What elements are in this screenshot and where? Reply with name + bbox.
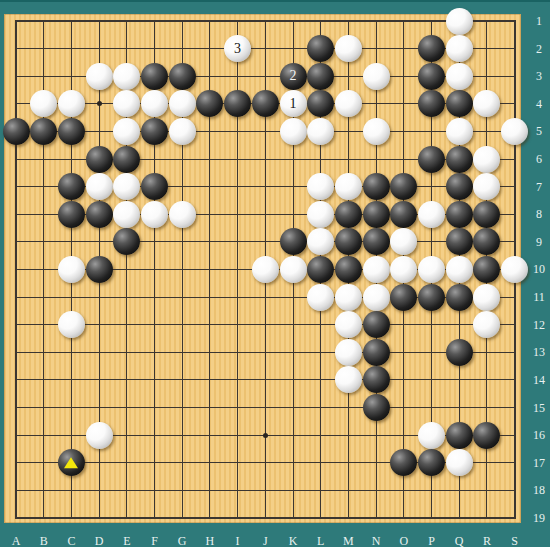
column-label: S bbox=[506, 534, 524, 547]
black-stone bbox=[446, 173, 473, 200]
column-label: D bbox=[90, 534, 108, 547]
grid-line bbox=[15, 324, 516, 325]
white-stone bbox=[113, 63, 140, 90]
black-stone bbox=[30, 118, 57, 145]
white-stone bbox=[86, 63, 113, 90]
black-stone bbox=[446, 90, 473, 117]
black-stone bbox=[169, 63, 196, 90]
black-stone bbox=[86, 201, 113, 228]
column-label: M bbox=[339, 534, 357, 547]
black-stone bbox=[363, 339, 390, 366]
row-label: 6 bbox=[526, 152, 550, 166]
black-stone bbox=[335, 256, 362, 283]
black-stone bbox=[446, 201, 473, 228]
white-stone bbox=[501, 118, 528, 145]
white-stone bbox=[307, 201, 334, 228]
grid-line bbox=[15, 379, 516, 380]
black-stone bbox=[446, 422, 473, 449]
row-label: 3 bbox=[526, 69, 550, 83]
white-stone bbox=[418, 201, 445, 228]
move-number: 3 bbox=[234, 42, 241, 56]
black-stone bbox=[58, 118, 85, 145]
white-stone bbox=[363, 63, 390, 90]
column-label: O bbox=[395, 534, 413, 547]
black-stone bbox=[363, 173, 390, 200]
black-stone bbox=[363, 311, 390, 338]
row-label: 7 bbox=[526, 180, 550, 194]
column-label: P bbox=[423, 534, 441, 547]
white-stone bbox=[418, 256, 445, 283]
column-label: L bbox=[312, 534, 330, 547]
black-stone bbox=[473, 422, 500, 449]
white-stone bbox=[86, 422, 113, 449]
white-stone bbox=[363, 256, 390, 283]
row-label: 15 bbox=[526, 401, 550, 415]
black-stone bbox=[335, 201, 362, 228]
black-stone bbox=[363, 228, 390, 255]
column-label: E bbox=[118, 534, 136, 547]
white-stone bbox=[113, 201, 140, 228]
row-label: 8 bbox=[526, 207, 550, 221]
black-stone bbox=[252, 90, 279, 117]
triangle-marker bbox=[64, 457, 78, 468]
white-stone bbox=[335, 173, 362, 200]
black-stone: 2 bbox=[280, 63, 307, 90]
white-stone bbox=[252, 256, 279, 283]
move-number: 1 bbox=[290, 97, 297, 111]
row-label: 14 bbox=[526, 373, 550, 387]
white-stone bbox=[335, 339, 362, 366]
black-stone bbox=[86, 146, 113, 173]
column-label: N bbox=[367, 534, 385, 547]
white-stone bbox=[473, 284, 500, 311]
black-stone bbox=[418, 146, 445, 173]
white-stone bbox=[169, 90, 196, 117]
black-stone bbox=[390, 284, 417, 311]
column-label: J bbox=[256, 534, 274, 547]
row-label: 16 bbox=[526, 428, 550, 442]
row-label: 1 bbox=[526, 14, 550, 28]
black-stone bbox=[307, 256, 334, 283]
white-stone bbox=[446, 63, 473, 90]
white-stone bbox=[335, 284, 362, 311]
column-label: R bbox=[478, 534, 496, 547]
row-label: 2 bbox=[526, 42, 550, 56]
grid-line bbox=[15, 517, 516, 519]
row-label: 11 bbox=[526, 290, 550, 304]
white-stone bbox=[169, 201, 196, 228]
black-stone bbox=[58, 173, 85, 200]
black-stone bbox=[446, 284, 473, 311]
white-stone bbox=[280, 256, 307, 283]
black-stone bbox=[390, 201, 417, 228]
column-label: C bbox=[62, 534, 80, 547]
star-point bbox=[263, 433, 268, 438]
black-stone bbox=[363, 201, 390, 228]
black-stone bbox=[113, 146, 140, 173]
white-stone bbox=[473, 146, 500, 173]
white-stone bbox=[307, 284, 334, 311]
column-label: B bbox=[35, 534, 53, 547]
row-label: 5 bbox=[526, 124, 550, 138]
black-stone bbox=[141, 118, 168, 145]
white-stone: 3 bbox=[224, 35, 251, 62]
white-stone bbox=[446, 8, 473, 35]
white-stone bbox=[169, 118, 196, 145]
grid-line bbox=[15, 352, 516, 353]
white-stone: 1 bbox=[280, 90, 307, 117]
column-label: I bbox=[229, 534, 247, 547]
white-stone bbox=[446, 35, 473, 62]
black-stone bbox=[418, 284, 445, 311]
black-stone bbox=[446, 146, 473, 173]
black-stone bbox=[3, 118, 30, 145]
column-label: G bbox=[173, 534, 191, 547]
row-label: 18 bbox=[526, 483, 550, 497]
black-stone bbox=[141, 63, 168, 90]
row-label: 13 bbox=[526, 345, 550, 359]
column-label: H bbox=[201, 534, 219, 547]
grid-line bbox=[15, 490, 516, 491]
white-stone bbox=[446, 256, 473, 283]
row-label: 12 bbox=[526, 318, 550, 332]
white-stone bbox=[363, 284, 390, 311]
white-stone bbox=[501, 256, 528, 283]
column-label: A bbox=[7, 534, 25, 547]
white-stone bbox=[58, 256, 85, 283]
black-stone bbox=[363, 366, 390, 393]
white-stone bbox=[58, 311, 85, 338]
white-stone bbox=[141, 201, 168, 228]
black-stone bbox=[418, 63, 445, 90]
go-diagram-window: 321ABCDEFGHIJKLMNOPQRS123456789101112131… bbox=[0, 0, 550, 547]
black-stone bbox=[86, 256, 113, 283]
white-stone bbox=[363, 118, 390, 145]
white-stone bbox=[446, 118, 473, 145]
row-label: 17 bbox=[526, 456, 550, 470]
black-stone bbox=[473, 201, 500, 228]
white-stone bbox=[86, 173, 113, 200]
black-stone bbox=[280, 228, 307, 255]
column-label: F bbox=[146, 534, 164, 547]
column-label: Q bbox=[450, 534, 468, 547]
grid-line bbox=[15, 407, 516, 408]
black-stone bbox=[418, 35, 445, 62]
white-stone bbox=[280, 118, 307, 145]
star-point bbox=[97, 101, 102, 106]
black-stone bbox=[141, 173, 168, 200]
row-label: 9 bbox=[526, 235, 550, 249]
black-stone bbox=[446, 339, 473, 366]
black-stone bbox=[446, 228, 473, 255]
black-stone bbox=[58, 449, 85, 476]
black-stone bbox=[307, 63, 334, 90]
row-label: 4 bbox=[526, 97, 550, 111]
white-stone bbox=[335, 311, 362, 338]
white-stone bbox=[307, 118, 334, 145]
white-stone bbox=[335, 35, 362, 62]
black-stone bbox=[363, 394, 390, 421]
white-stone bbox=[418, 422, 445, 449]
row-label: 10 bbox=[526, 262, 550, 276]
column-label: K bbox=[284, 534, 302, 547]
row-label: 19 bbox=[526, 511, 550, 525]
black-stone bbox=[58, 201, 85, 228]
white-stone bbox=[446, 449, 473, 476]
move-number: 2 bbox=[290, 69, 297, 83]
